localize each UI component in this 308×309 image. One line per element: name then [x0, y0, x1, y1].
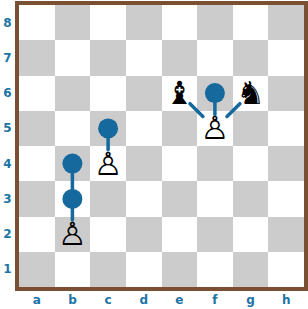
rank-label: 5	[0, 111, 15, 146]
rank-label: 8	[0, 5, 15, 40]
file-label: g	[233, 290, 269, 309]
rank-label: 4	[0, 146, 15, 181]
chess-diagram: 87654321 ♝♞♙♙♙ abcdefgh	[0, 0, 308, 309]
move-dot-f6[interactable]	[205, 83, 225, 103]
move-line-f5-e6	[190, 104, 203, 117]
file-labels: abcdefgh	[19, 290, 304, 309]
move-line-f5-g6	[227, 104, 240, 117]
file-label: b	[55, 290, 91, 309]
rank-label: 3	[0, 181, 15, 216]
move-dot-b4[interactable]	[62, 154, 82, 174]
move-annotations	[19, 5, 304, 287]
file-label: a	[19, 290, 55, 309]
rank-labels: 87654321	[0, 5, 15, 287]
file-label: c	[90, 290, 126, 309]
rank-label: 7	[0, 40, 15, 75]
rank-label: 2	[0, 217, 15, 252]
rank-label: 1	[0, 252, 15, 287]
file-label: e	[162, 290, 198, 309]
rank-label: 6	[0, 76, 15, 111]
file-label: d	[126, 290, 162, 309]
move-dot-c5[interactable]	[98, 118, 118, 138]
file-label: f	[197, 290, 233, 309]
move-dot-b3[interactable]	[62, 189, 82, 209]
file-label: h	[268, 290, 304, 309]
